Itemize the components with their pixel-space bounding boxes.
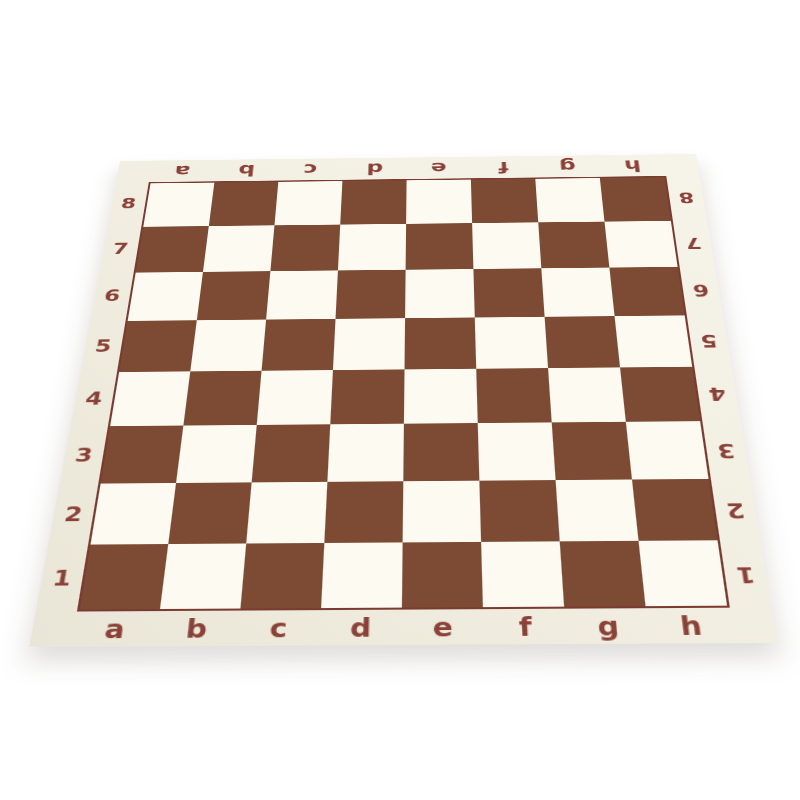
- file-label-bottom-b: b: [167, 614, 225, 645]
- square-a7: [136, 226, 209, 273]
- square-e5: [405, 317, 477, 369]
- rank-label-right-2: 2: [708, 496, 764, 524]
- square-f3: [478, 422, 556, 480]
- rank-label-right-8: 8: [663, 187, 710, 207]
- file-label-top-a: a: [160, 161, 205, 180]
- square-h3: [626, 421, 709, 479]
- rank-label-right-7: 7: [669, 232, 717, 253]
- square-h6: [609, 267, 684, 316]
- file-label-top-h: h: [610, 156, 655, 176]
- square-e3: [403, 423, 479, 481]
- rank-label-left-2: 2: [45, 501, 101, 529]
- square-g7: [538, 222, 609, 269]
- file-label-top-c: c: [288, 160, 332, 179]
- file-label-top-e: e: [418, 158, 461, 178]
- square-d2: [324, 481, 403, 543]
- square-b5: [190, 320, 266, 372]
- square-d6: [336, 270, 406, 319]
- square-d7: [338, 224, 406, 271]
- square-e6: [405, 269, 475, 318]
- rank-label-right-5: 5: [683, 329, 734, 353]
- rank-label-left-8: 8: [105, 194, 152, 214]
- square-b7: [203, 225, 274, 272]
- square-f6: [473, 268, 544, 317]
- square-c4: [257, 370, 333, 425]
- square-f5: [475, 317, 548, 369]
- square-c1: [240, 543, 324, 609]
- rank-label-left-5: 5: [78, 334, 129, 358]
- square-d5: [333, 318, 405, 370]
- square-d4: [330, 369, 404, 424]
- square-a8: [143, 183, 214, 227]
- square-a3: [101, 426, 184, 484]
- square-f1: [481, 541, 564, 607]
- square-d1: [321, 542, 403, 608]
- square-c5: [262, 319, 336, 371]
- rank-label-right-3: 3: [699, 437, 754, 464]
- file-label-bottom-g: g: [580, 611, 638, 643]
- square-h8: [600, 177, 671, 221]
- square-d3: [327, 424, 404, 482]
- square-b1: [160, 543, 246, 609]
- square-f4: [476, 368, 551, 423]
- square-b8: [209, 182, 279, 226]
- file-label-bottom-c: c: [250, 613, 306, 644]
- square-b6: [197, 271, 271, 320]
- rank-label-left-6: 6: [87, 285, 136, 307]
- square-f7: [472, 222, 541, 269]
- square-d8: [340, 180, 406, 224]
- square-a1: [80, 544, 169, 609]
- square-c3: [252, 424, 331, 482]
- square-b4: [183, 371, 261, 426]
- square-c8: [274, 181, 342, 225]
- square-g2: [556, 479, 639, 541]
- square-a5: [119, 320, 197, 372]
- file-label-bottom-f: f: [498, 612, 554, 644]
- rank-label-left-7: 7: [97, 238, 145, 259]
- file-label-bottom-e: e: [416, 612, 471, 644]
- square-b3: [176, 425, 257, 483]
- square-g4: [548, 367, 626, 422]
- chessboard-mat: abcdefghabcdefgh8765432187654321: [29, 154, 778, 647]
- square-h7: [604, 221, 677, 268]
- square-g6: [541, 268, 614, 317]
- square-g5: [545, 316, 620, 368]
- square-e8: [406, 180, 472, 224]
- rank-label-left-3: 3: [57, 442, 111, 468]
- square-e2: [403, 481, 481, 543]
- rank-label-right-4: 4: [691, 381, 744, 406]
- square-c7: [270, 225, 340, 272]
- square-e4: [404, 369, 478, 424]
- rank-label-left-4: 4: [68, 387, 120, 412]
- rank-label-left-1: 1: [33, 564, 91, 594]
- file-label-bottom-a: a: [85, 614, 144, 645]
- square-h2: [632, 479, 718, 541]
- square-e1: [402, 542, 483, 608]
- file-label-top-f: f: [482, 157, 526, 177]
- file-label-top-d: d: [353, 159, 396, 178]
- square-h5: [615, 315, 693, 367]
- square-c2: [246, 482, 327, 544]
- square-h1: [639, 540, 728, 606]
- square-b2: [168, 482, 251, 544]
- file-label-bottom-d: d: [333, 613, 388, 644]
- file-label-bottom-h: h: [662, 611, 721, 643]
- square-f2: [479, 480, 559, 542]
- rank-label-right-1: 1: [717, 559, 775, 589]
- rank-label-right-6: 6: [676, 279, 726, 302]
- file-label-top-g: g: [546, 157, 590, 177]
- square-g3: [552, 422, 632, 480]
- square-h4: [620, 367, 700, 422]
- square-a4: [110, 371, 190, 426]
- square-a2: [90, 483, 176, 545]
- square-f8: [471, 179, 538, 223]
- square-a6: [128, 272, 203, 321]
- square-g8: [535, 178, 604, 222]
- chessboard-grid: [77, 176, 730, 612]
- file-label-top-b: b: [224, 160, 268, 179]
- square-g1: [560, 541, 646, 607]
- square-c6: [266, 270, 338, 319]
- photo-background: abcdefghabcdefgh8765432187654321: [0, 0, 800, 800]
- square-e7: [406, 223, 474, 270]
